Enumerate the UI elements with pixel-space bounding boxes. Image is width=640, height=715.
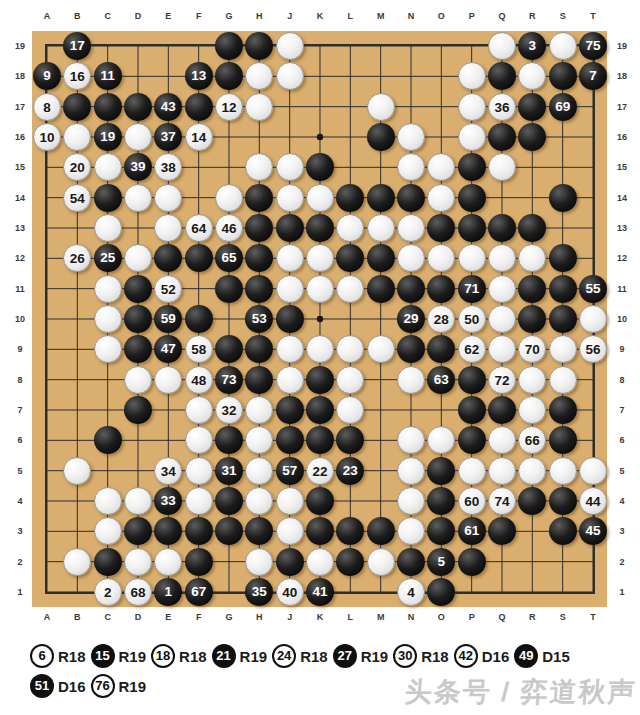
stone-F3-black: [185, 517, 213, 545]
stone-J11-white: [276, 275, 304, 303]
stone-F16-white: 14: [185, 123, 213, 151]
coord-label-bottom-R: R: [520, 611, 544, 623]
move-number: 73: [215, 366, 243, 394]
stone-L8-white: [336, 366, 364, 394]
move-number: 41: [306, 578, 334, 606]
coord-label-bottom-T: T: [581, 611, 605, 623]
move-number: 39: [124, 153, 152, 181]
coord-label-left-8: 8: [8, 374, 32, 386]
caption-move-15: 15R19: [91, 644, 147, 668]
coord-label-left-2: 2: [8, 556, 32, 568]
coord-label-top-D: D: [126, 10, 150, 22]
coord-label-left-18: 18: [8, 70, 32, 82]
move-point: R19: [119, 648, 147, 665]
coord-label-bottom-O: O: [429, 611, 453, 623]
stone-D2-white: [124, 548, 152, 576]
move-number: 57: [276, 457, 304, 485]
stone-D8-white: [124, 366, 152, 394]
stone-K5-white: 22: [306, 457, 334, 485]
stone-K14-white: [306, 184, 334, 212]
stone-J8-white: [276, 366, 304, 394]
move-number: 13: [185, 62, 213, 90]
stone-D17-black: [124, 93, 152, 121]
stone-E14-white: [154, 184, 182, 212]
move-number: 60: [459, 488, 485, 515]
coord-label-top-G: G: [217, 10, 241, 22]
stone-B14-white: 54: [63, 184, 91, 212]
stone-B18-white: 16: [63, 62, 91, 90]
stone-Q10-white: [488, 305, 516, 333]
coord-label-bottom-K: K: [308, 611, 332, 623]
move-number: 14: [186, 124, 212, 151]
caption-move-6: 6R18: [30, 644, 86, 668]
stone-S18-black: [549, 62, 577, 90]
move-number: 20: [64, 154, 90, 181]
stone-S14-black: [549, 184, 577, 212]
stone-F12-black: [185, 244, 213, 272]
stone-P17-white: [458, 93, 486, 121]
stone-S6-black: [549, 426, 577, 454]
stone-O5-black: [427, 457, 455, 485]
stone-Q8-white: 72: [488, 366, 516, 394]
move-point: R19: [119, 678, 147, 695]
stone-T10-white: [579, 305, 607, 333]
stone-S11-black: [549, 275, 577, 303]
stone-C4-white: [94, 487, 122, 515]
move-number: 62: [459, 336, 485, 363]
move-number: 75: [579, 32, 607, 60]
stone-T9-white: 56: [579, 335, 607, 363]
move-number: 74: [489, 488, 515, 515]
coord-label-top-L: L: [338, 10, 362, 22]
move-number: 8: [34, 94, 60, 121]
stone-C1-white: 2: [94, 578, 122, 606]
coord-label-right-1: 1: [610, 586, 634, 598]
coord-label-bottom-E: E: [156, 611, 180, 623]
stone-J12-white: [276, 244, 304, 272]
stone-P11-black: 71: [458, 275, 486, 303]
move-number: 45: [579, 517, 607, 545]
stone-M9-white: [367, 335, 395, 363]
coord-label-bottom-A: A: [35, 611, 59, 623]
move-number: 46: [216, 215, 242, 242]
stone-L2-black: [336, 548, 364, 576]
move-number: 52: [155, 276, 181, 303]
move-number: 3: [518, 32, 546, 60]
move-badge-30: 30: [393, 644, 417, 668]
move-point: R18: [179, 648, 207, 665]
stone-O2-black: 5: [427, 548, 455, 576]
coord-label-left-15: 15: [8, 161, 32, 173]
stone-P4-white: 60: [458, 487, 486, 515]
stone-E16-black: 37: [154, 123, 182, 151]
stone-F8-white: 48: [185, 366, 213, 394]
move-number: 72: [489, 367, 515, 394]
coord-label-left-3: 3: [8, 525, 32, 537]
stone-J18-white: [276, 62, 304, 90]
stone-D4-white: [124, 487, 152, 515]
move-number: 40: [277, 579, 303, 606]
coord-label-top-T: T: [581, 10, 605, 22]
stone-D14-white: [124, 184, 152, 212]
stone-P14-black: [458, 184, 486, 212]
coord-label-top-C: C: [96, 10, 120, 22]
move-number: 25: [94, 244, 122, 272]
move-number: 16: [64, 63, 90, 90]
stone-N16-white: [397, 123, 425, 151]
stone-R8-white: [518, 366, 546, 394]
stone-Q7-black: [488, 396, 516, 424]
coord-label-bottom-F: F: [187, 611, 211, 623]
coord-label-top-O: O: [429, 10, 453, 22]
move-number: 71: [458, 275, 486, 303]
move-badge-76: 76: [91, 674, 115, 698]
move-number: 56: [580, 336, 606, 363]
stone-Q16-black: [488, 123, 516, 151]
go-diagram-page: AABBCCDDEEFFGGHHJJKKLLMMNNOOPPQQRRSSTT19…: [0, 0, 640, 715]
coord-label-top-Q: Q: [490, 10, 514, 22]
stone-F6-white: [185, 426, 213, 454]
coord-label-left-4: 4: [8, 495, 32, 507]
coord-label-right-3: 3: [610, 525, 634, 537]
stone-S17-black: 69: [549, 93, 577, 121]
move-number: 70: [519, 336, 545, 363]
stone-R5-white: [518, 457, 546, 485]
coord-label-left-10: 10: [8, 313, 32, 325]
stone-R11-black: [518, 275, 546, 303]
stone-Q5-white: [488, 457, 516, 485]
stone-J2-black: [276, 548, 304, 576]
stone-F7-white: [185, 396, 213, 424]
stone-K1-black: 41: [306, 578, 334, 606]
stone-H17-white: [245, 93, 273, 121]
stone-K2-white: [306, 548, 334, 576]
stone-J14-white: [276, 184, 304, 212]
move-number: 59: [154, 305, 182, 333]
stone-C10-white: [94, 305, 122, 333]
coord-label-top-H: H: [247, 10, 271, 22]
coord-label-right-15: 15: [610, 161, 634, 173]
coord-label-top-P: P: [460, 10, 484, 22]
stone-Q11-white: [488, 275, 516, 303]
move-number: 53: [245, 305, 273, 333]
coord-label-bottom-P: P: [460, 611, 484, 623]
move-badge-6: 6: [30, 644, 54, 668]
stone-A17-white: 8: [33, 93, 61, 121]
stone-M17-white: [367, 93, 395, 121]
stone-M11-black: [367, 275, 395, 303]
coord-label-right-2: 2: [610, 556, 634, 568]
stone-T19-black: 75: [579, 32, 607, 60]
stone-S9-white: [549, 335, 577, 363]
move-number: 69: [549, 93, 577, 121]
stone-D10-black: [124, 305, 152, 333]
stone-C3-white: [94, 517, 122, 545]
stone-N5-white: [397, 457, 425, 485]
stone-M13-white: [367, 214, 395, 242]
move-number: 55: [579, 275, 607, 303]
coord-label-right-18: 18: [610, 70, 634, 82]
stone-J1-white: 40: [276, 578, 304, 606]
stone-E15-white: 38: [154, 153, 182, 181]
stone-S8-white: [549, 366, 577, 394]
move-point: R18: [58, 648, 86, 665]
stone-P5-white: [458, 457, 486, 485]
coord-label-top-J: J: [278, 10, 302, 22]
caption-move-51: 51D16: [30, 674, 86, 698]
stone-C11-white: [94, 275, 122, 303]
caption-move-21: 21R19: [212, 644, 268, 668]
stone-M3-black: [367, 517, 395, 545]
move-number: 12: [216, 94, 242, 121]
coord-label-right-11: 11: [610, 283, 634, 295]
stone-B2-white: [63, 548, 91, 576]
star-point: [317, 316, 323, 322]
caption-move-27: 27R19: [333, 644, 389, 668]
move-number: 17: [63, 32, 91, 60]
move-badge-27: 27: [333, 644, 357, 668]
coord-label-right-10: 10: [610, 313, 634, 325]
move-number: 26: [64, 245, 90, 272]
stone-Q19-white: [488, 32, 516, 60]
stone-J7-black: [276, 396, 304, 424]
stone-N1-white: 4: [397, 578, 425, 606]
stone-P16-white: [458, 123, 486, 151]
stone-E4-black: 33: [154, 487, 182, 515]
stone-T4-white: 44: [579, 487, 607, 515]
move-point: D15: [542, 648, 570, 665]
stone-R17-black: [518, 93, 546, 121]
move-badge-21: 21: [212, 644, 236, 668]
stone-L5-black: 23: [336, 457, 364, 485]
stone-E11-white: 52: [154, 275, 182, 303]
move-number: 5: [427, 548, 455, 576]
stone-F17-black: [185, 93, 213, 121]
coord-label-bottom-H: H: [247, 611, 271, 623]
stone-C16-black: 19: [94, 123, 122, 151]
stone-K11-white: [306, 275, 334, 303]
move-number: 38: [155, 154, 181, 181]
stone-H5-white: [245, 457, 273, 485]
stone-S7-black: [549, 396, 577, 424]
coord-label-bottom-G: G: [217, 611, 241, 623]
move-number: 35: [245, 578, 273, 606]
stone-K4-black: [306, 487, 334, 515]
move-number: 48: [186, 367, 212, 394]
stone-T11-black: 55: [579, 275, 607, 303]
move-number: 65: [215, 244, 243, 272]
stone-F4-white: [185, 487, 213, 515]
move-number: 50: [459, 306, 485, 333]
coord-label-bottom-N: N: [399, 611, 423, 623]
stone-B15-white: 20: [63, 153, 91, 181]
caption-move-49: 49D15: [514, 644, 570, 668]
stone-P12-white: [458, 244, 486, 272]
stone-K8-black: [306, 366, 334, 394]
stone-C6-black: [94, 426, 122, 454]
coord-label-right-17: 17: [610, 101, 634, 113]
coord-label-right-16: 16: [610, 131, 634, 143]
stone-P15-black: [458, 153, 486, 181]
stone-T18-black: 7: [579, 62, 607, 90]
move-number: 37: [154, 123, 182, 151]
coord-label-left-5: 5: [8, 465, 32, 477]
move-badge-42: 42: [454, 644, 478, 668]
stone-O10-white: 28: [427, 305, 455, 333]
move-badge-49: 49: [514, 644, 538, 668]
coord-label-left-17: 17: [8, 101, 32, 113]
stone-M12-black: [367, 244, 395, 272]
stone-R6-white: 66: [518, 426, 546, 454]
coord-label-right-8: 8: [610, 374, 634, 386]
coord-label-top-A: A: [35, 10, 59, 22]
coord-label-left-6: 6: [8, 434, 32, 446]
coord-label-left-1: 1: [8, 586, 32, 598]
stone-H2-white: [245, 548, 273, 576]
stone-E5-white: 34: [154, 457, 182, 485]
stone-H1-black: 35: [245, 578, 273, 606]
move-number: 63: [427, 366, 455, 394]
stone-G5-black: 31: [215, 457, 243, 485]
stone-B19-black: 17: [63, 32, 91, 60]
stone-F10-black: [185, 305, 213, 333]
coord-label-bottom-M: M: [369, 611, 393, 623]
coord-label-left-19: 19: [8, 40, 32, 52]
stone-C14-black: [94, 184, 122, 212]
stone-S4-black: [549, 487, 577, 515]
move-number: 68: [125, 579, 151, 606]
stone-G11-black: [215, 275, 243, 303]
stone-C18-black: 11: [94, 62, 122, 90]
move-point: R18: [300, 648, 328, 665]
stone-Q13-black: [488, 214, 516, 242]
stone-N2-black: [397, 548, 425, 576]
stone-S5-white: [549, 457, 577, 485]
stone-C9-white: [94, 335, 122, 363]
stone-H8-black: [245, 366, 273, 394]
stone-D11-black: [124, 275, 152, 303]
move-point: R19: [240, 648, 268, 665]
stone-Q17-white: 36: [488, 93, 516, 121]
stone-C15-white: [94, 153, 122, 181]
stone-H11-black: [245, 275, 273, 303]
move-number: 66: [519, 427, 545, 454]
move-badge-18: 18: [151, 644, 175, 668]
watermark: 头条号 / 弈道秋声: [404, 674, 638, 710]
stone-T3-black: 45: [579, 517, 607, 545]
move-number: 31: [215, 457, 243, 485]
stone-N10-black: 29: [397, 305, 425, 333]
move-badge-51: 51: [30, 674, 54, 698]
stone-O8-black: 63: [427, 366, 455, 394]
stone-S19-white: [549, 32, 577, 60]
stone-J10-black: [276, 305, 304, 333]
stone-P13-black: [458, 214, 486, 242]
stone-G7-white: 32: [215, 396, 243, 424]
move-number: 10: [34, 124, 60, 151]
stone-D1-white: 68: [124, 578, 152, 606]
stone-P10-white: 50: [458, 305, 486, 333]
coord-label-left-16: 16: [8, 131, 32, 143]
move-number: 33: [154, 487, 182, 515]
stone-F5-white: [185, 457, 213, 485]
caption-line-1: 6R1815R1918R1821R1924R1827R1930R1842D164…: [30, 641, 616, 671]
move-number: 2: [95, 579, 121, 606]
move-point: D16: [482, 648, 510, 665]
move-number: 54: [64, 185, 90, 212]
move-number: 11: [94, 62, 122, 90]
coord-label-left-9: 9: [8, 343, 32, 355]
stone-E9-black: 47: [154, 335, 182, 363]
stone-B12-white: 26: [63, 244, 91, 272]
stone-O14-white: [427, 184, 455, 212]
caption-move-30: 30R18: [393, 644, 449, 668]
stone-G4-black: [215, 487, 243, 515]
caption-move-42: 42D16: [454, 644, 510, 668]
stone-E8-white: [154, 366, 182, 394]
stone-E2-white: [154, 548, 182, 576]
stone-G13-white: 46: [215, 214, 243, 242]
coord-label-right-7: 7: [610, 404, 634, 416]
coord-label-left-7: 7: [8, 404, 32, 416]
stone-C12-black: 25: [94, 244, 122, 272]
stone-H10-black: 53: [245, 305, 273, 333]
stone-N4-white: [397, 487, 425, 515]
stone-C13-white: [94, 214, 122, 242]
stone-O11-black: [427, 275, 455, 303]
stone-B5-white: [63, 457, 91, 485]
stone-G8-black: 73: [215, 366, 243, 394]
stone-J4-white: [276, 487, 304, 515]
move-badge-24: 24: [272, 644, 296, 668]
stone-K13-black: [306, 214, 334, 242]
caption-move-76: 76R19: [91, 674, 147, 698]
stone-E17-black: 43: [154, 93, 182, 121]
move-number: 23: [336, 457, 364, 485]
stone-N14-black: [397, 184, 425, 212]
star-point: [317, 134, 323, 140]
coord-label-left-12: 12: [8, 252, 32, 264]
move-number: 43: [154, 93, 182, 121]
coord-label-right-5: 5: [610, 465, 634, 477]
stone-C2-black: [94, 548, 122, 576]
coord-label-left-11: 11: [8, 283, 32, 295]
move-number: 47: [154, 335, 182, 363]
stone-J19-white: [276, 32, 304, 60]
stone-G14-white: [215, 184, 243, 212]
move-point: D16: [58, 678, 86, 695]
move-number: 19: [94, 123, 122, 151]
stone-D7-black: [124, 396, 152, 424]
coord-label-right-19: 19: [610, 40, 634, 52]
coord-label-right-12: 12: [610, 252, 634, 264]
move-badge-15: 15: [91, 644, 115, 668]
stone-J13-black: [276, 214, 304, 242]
coord-label-right-14: 14: [610, 192, 634, 204]
stone-N13-white: [397, 214, 425, 242]
stone-D16-white: [124, 123, 152, 151]
stone-N8-white: [397, 366, 425, 394]
coord-label-right-4: 4: [610, 495, 634, 507]
stone-G19-black: [215, 32, 243, 60]
move-number: 67: [185, 578, 213, 606]
move-number: 22: [307, 458, 333, 485]
stone-F1-black: 67: [185, 578, 213, 606]
coord-label-left-14: 14: [8, 192, 32, 204]
stone-P3-black: 61: [458, 517, 486, 545]
stone-F2-black: [185, 548, 213, 576]
coord-label-top-K: K: [308, 10, 332, 22]
